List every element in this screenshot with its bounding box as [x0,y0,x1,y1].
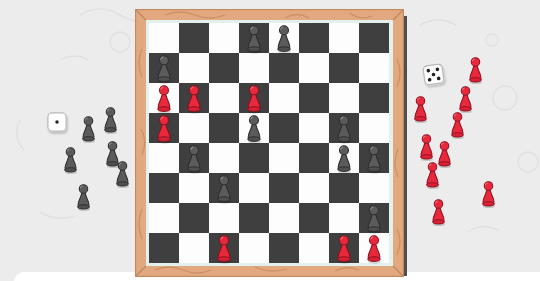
dark-pawn[interactable] [74,184,93,212]
board-cell[interactable] [209,203,239,233]
board-cell[interactable] [179,173,209,203]
board-cell[interactable] [209,113,239,143]
board-cell[interactable] [269,143,299,173]
board-frame-shadow [404,16,407,276]
board-cell[interactable] [329,173,359,203]
board-cell[interactable] [179,53,209,83]
dark-pawn[interactable] [184,145,204,174]
dark-pawn[interactable] [113,161,132,189]
board-cell[interactable] [299,113,329,143]
red-pawn[interactable] [423,162,442,190]
red-pawn[interactable] [479,181,498,209]
board-cell[interactable] [149,233,179,263]
dark-pawn[interactable] [364,145,384,174]
dark-pawn[interactable] [334,115,354,144]
red-pawn[interactable] [154,115,174,144]
game-screen [0,0,540,281]
board-cell[interactable] [269,173,299,203]
board-cell[interactable] [179,203,209,233]
board-cell[interactable] [269,53,299,83]
left-die[interactable] [47,112,67,132]
dark-pawn[interactable] [244,115,264,144]
red-pawn[interactable] [334,235,354,264]
board-cell[interactable] [269,233,299,263]
board-cell[interactable] [359,23,389,53]
board-cell[interactable] [209,83,239,113]
red-pawn[interactable] [417,134,436,162]
board-cell[interactable] [299,23,329,53]
red-pawn[interactable] [448,112,467,140]
dark-pawn[interactable] [154,55,174,84]
board-cell[interactable] [269,83,299,113]
red-pawn[interactable] [214,235,234,264]
board-cell[interactable] [329,83,359,113]
red-pawn[interactable] [466,57,485,85]
board-cell[interactable] [149,203,179,233]
board-cell[interactable] [269,203,299,233]
board-cell[interactable] [209,143,239,173]
board-cell[interactable] [239,233,269,263]
dark-pawn[interactable] [101,107,120,135]
board-cell[interactable] [329,53,359,83]
board-cell[interactable] [299,173,329,203]
board-cell[interactable] [359,53,389,83]
board-cell[interactable] [239,53,269,83]
red-pawn[interactable] [184,85,204,114]
board-cell[interactable] [149,173,179,203]
board-cell[interactable] [359,173,389,203]
red-pawn[interactable] [364,235,384,264]
board-cell[interactable] [239,173,269,203]
board-cell[interactable] [179,23,209,53]
dark-pawn[interactable] [61,147,80,175]
board-cell[interactable] [209,23,239,53]
right-die[interactable] [422,63,446,87]
board-cell[interactable] [299,203,329,233]
red-pawn[interactable] [456,86,475,114]
board-cell[interactable] [299,53,329,83]
board-cell[interactable] [359,83,389,113]
board-cell[interactable] [179,113,209,143]
board-cell[interactable] [299,233,329,263]
dark-pawn[interactable] [334,145,354,174]
board-cell[interactable] [179,233,209,263]
board-cell[interactable] [149,23,179,53]
board-cell[interactable] [299,83,329,113]
board-cell[interactable] [329,203,359,233]
board-cell[interactable] [329,23,359,53]
dark-pawn[interactable] [244,25,264,54]
dark-pawn[interactable] [364,205,384,234]
board-cell[interactable] [239,203,269,233]
red-pawn[interactable] [244,85,264,114]
dark-pawn[interactable] [274,25,294,54]
board-cell[interactable] [359,113,389,143]
red-pawn[interactable] [411,96,430,124]
dark-pawn[interactable] [214,175,234,204]
dark-pawn[interactable] [79,116,98,144]
board-cell[interactable] [269,113,299,143]
board-cell[interactable] [149,143,179,173]
red-pawn[interactable] [429,199,448,227]
board-cell[interactable] [299,143,329,173]
board-cell[interactable] [209,53,239,83]
board-cell[interactable] [239,143,269,173]
red-pawn[interactable] [154,85,174,114]
